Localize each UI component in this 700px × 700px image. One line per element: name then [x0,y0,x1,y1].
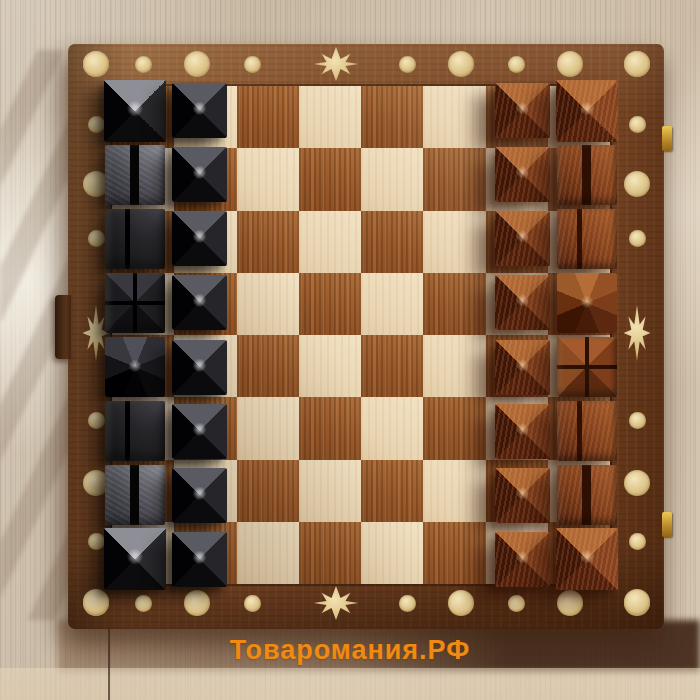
brass-dot [557,590,583,616]
square-r8c3[interactable] [237,522,299,584]
square-r3c4[interactable] [299,211,361,273]
piece-black-pawn[interactable] [172,83,227,138]
square-r3c5[interactable] [361,211,423,273]
square-r7c3[interactable] [237,460,299,522]
brass-hinge [662,126,672,151]
brass-dot [244,56,261,73]
brass-fleur-ornament [314,47,359,81]
brass-dot [624,470,650,496]
piece-brown-rook[interactable] [556,80,618,142]
brass-dot [88,230,105,247]
square-r1c5[interactable] [361,86,423,148]
square-r7c5[interactable] [361,460,423,522]
piece-black-pawn[interactable] [172,147,227,202]
piece-black-knight[interactable] [105,145,165,205]
piece-black-pawn[interactable] [172,340,227,395]
square-r4c3[interactable] [237,273,299,335]
brass-dot [557,51,583,77]
clasp-tab [55,295,71,359]
brass-fleur-ornament [314,586,359,620]
square-r4c6[interactable] [423,273,485,335]
square-r6c5[interactable] [361,397,423,459]
brass-dot [83,589,109,615]
square-r3c3[interactable] [237,211,299,273]
brass-dot [508,56,525,73]
brass-dot [448,590,474,616]
brass-dot [624,51,650,77]
brass-dot [629,116,646,133]
piece-brown-knight[interactable] [557,145,617,205]
square-r2c3[interactable] [237,148,299,210]
square-r1c6[interactable] [423,86,485,148]
brass-fleur-ornament [624,305,651,361]
brass-dot [399,56,416,73]
piece-brown-rook[interactable] [556,528,618,590]
piece-black-rook[interactable] [104,528,166,590]
brass-dot [88,533,105,550]
piece-brown-knight[interactable] [557,465,617,525]
square-r8c4[interactable] [299,522,361,584]
square-r2c6[interactable] [423,148,485,210]
square-r3c6[interactable] [423,211,485,273]
brass-dot [629,230,646,247]
piece-black-knight[interactable] [105,465,165,525]
piece-brown-pawn[interactable] [495,211,550,266]
piece-black-rook[interactable] [104,80,166,142]
piece-brown-pawn[interactable] [495,275,550,330]
piece-brown-pawn[interactable] [495,532,550,587]
brass-dot [88,412,105,429]
square-r4c5[interactable] [361,273,423,335]
square-r1c4[interactable] [299,86,361,148]
piece-black-pawn[interactable] [172,275,227,330]
square-r5c5[interactable] [361,335,423,397]
scene: Товаромания.РФ [0,0,700,700]
brass-dot [244,595,261,612]
piece-black-bishop[interactable] [105,209,165,269]
brass-dot [184,590,210,616]
brass-dot [83,51,109,77]
brass-dot [88,116,105,133]
piece-black-king[interactable] [105,337,165,397]
square-r4c4[interactable] [299,273,361,335]
piece-black-queen[interactable] [105,273,165,333]
square-r2c4[interactable] [299,148,361,210]
square-r2c5[interactable] [361,148,423,210]
watermark-text: Товаромания.РФ [0,635,700,666]
brass-hinge [662,512,672,537]
square-r8c6[interactable] [423,522,485,584]
piece-brown-queen[interactable] [557,337,617,397]
brass-dot [624,171,650,197]
piece-black-bishop[interactable] [105,401,165,461]
square-r5c3[interactable] [237,335,299,397]
brass-dot [135,56,152,73]
piece-brown-pawn[interactable] [495,83,550,138]
square-r6c3[interactable] [237,397,299,459]
brass-dot [629,412,646,429]
square-r5c6[interactable] [423,335,485,397]
square-r5c4[interactable] [299,335,361,397]
piece-brown-pawn[interactable] [495,404,550,459]
square-r8c5[interactable] [361,522,423,584]
square-r1c3[interactable] [237,86,299,148]
piece-black-pawn[interactable] [172,404,227,459]
brass-dot [399,595,416,612]
piece-black-pawn[interactable] [172,532,227,587]
piece-brown-bishop[interactable] [557,401,617,461]
square-r6c4[interactable] [299,397,361,459]
piece-brown-pawn[interactable] [495,468,550,523]
chessboard [68,44,664,629]
brass-dot [184,51,210,77]
piece-black-pawn[interactable] [172,468,227,523]
square-r7c6[interactable] [423,460,485,522]
piece-brown-king[interactable] [557,273,617,333]
piece-brown-pawn[interactable] [495,147,550,202]
floor-bottom-strip [0,668,700,700]
brass-dot [135,595,152,612]
brass-dot [448,51,474,77]
piece-brown-pawn[interactable] [495,340,550,395]
brass-dot [624,589,650,615]
square-r6c6[interactable] [423,397,485,459]
brass-dot [508,595,525,612]
square-r7c4[interactable] [299,460,361,522]
piece-black-pawn[interactable] [172,211,227,266]
brass-dot [629,533,646,550]
piece-brown-bishop[interactable] [557,209,617,269]
